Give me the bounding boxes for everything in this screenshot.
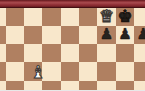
square-r4c7[interactable] [97,62,115,80]
square-r4c5[interactable] [61,62,79,80]
square-r2c2[interactable] [6,26,24,44]
square-r2c6[interactable] [79,26,97,44]
square-r3c7[interactable] [97,44,115,62]
square-r5c4[interactable] [42,81,60,90]
square-r2c9[interactable]: ♟ [134,26,145,44]
square-r2c8[interactable]: ♟ [116,26,134,44]
square-r2c4[interactable] [42,26,60,44]
chess-app-window: ♛♚♟♟♟♝ [0,0,145,90]
square-r4c3[interactable]: ♝ [24,62,42,80]
square-r5c2[interactable] [6,81,24,90]
square-r1c6[interactable] [79,8,97,26]
square-r5c8[interactable] [116,81,134,90]
square-r1c9[interactable] [134,8,145,26]
chess-board[interactable]: ♛♚♟♟♟♝ [0,8,145,91]
square-r3c3[interactable] [24,44,42,62]
black-pawn[interactable]: ♟ [118,27,131,42]
square-r3c5[interactable] [61,44,79,62]
square-r5c9[interactable] [134,81,145,90]
square-r5c3[interactable] [24,81,42,90]
square-r3c9[interactable] [134,44,145,62]
black-pawn[interactable]: ♟ [100,27,113,42]
square-r2c7[interactable]: ♟ [97,26,115,44]
square-r4c8[interactable] [116,62,134,80]
black-pawn[interactable]: ♟ [136,27,145,42]
square-r1c3[interactable] [24,8,42,26]
square-r4c2[interactable] [6,62,24,80]
square-r5c5[interactable] [61,81,79,90]
square-r1c7[interactable]: ♛ [97,8,115,26]
square-r1c8[interactable]: ♚ [116,8,134,26]
white-bishop[interactable]: ♝ [31,64,46,81]
square-r1c4[interactable] [42,8,60,26]
square-r2c3[interactable] [24,26,42,44]
white-queen[interactable]: ♛ [99,8,114,25]
square-r2c5[interactable] [61,26,79,44]
square-r1c2[interactable] [6,8,24,26]
square-r3c8[interactable] [116,44,134,62]
square-r3c2[interactable] [6,44,24,62]
square-r4c6[interactable] [79,62,97,80]
square-r3c6[interactable] [79,44,97,62]
square-r4c9[interactable] [134,62,145,80]
square-r1c5[interactable] [61,8,79,26]
square-r5c6[interactable] [79,81,97,90]
square-r5c7[interactable] [97,81,115,90]
square-r3c4[interactable] [42,44,60,62]
black-king[interactable]: ♚ [117,8,132,25]
